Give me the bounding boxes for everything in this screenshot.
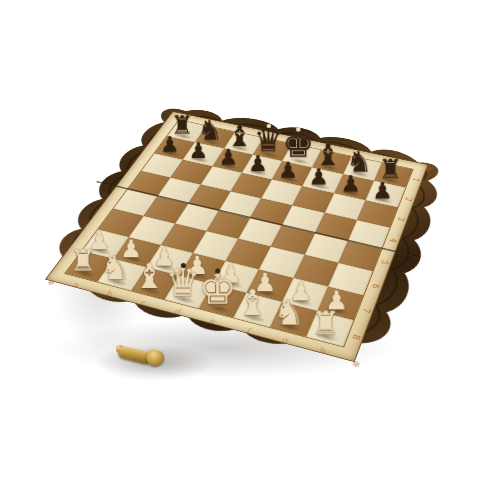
black-pawn-piece: ♟ (242, 152, 274, 174)
white-king-piece: ♚ (199, 268, 237, 310)
black-pawn-piece: ♟ (303, 165, 335, 187)
black-pawn-piece: ♟ (272, 159, 304, 181)
white-knight-piece: ♞ (97, 251, 133, 284)
brass-clasp (116, 341, 168, 371)
black-pawn-piece: ♟ (212, 146, 244, 168)
product-photo: 12345678abcdefgh✻✻✻✻ ♜♞♝♛♚♝♞♜♟♟♟♟♟♟♟♟♟♟♟… (0, 0, 500, 500)
black-pawn-piece: ♟ (334, 172, 367, 195)
white-rook-piece: ♜ (65, 246, 101, 276)
black-pawn-piece: ♟ (183, 140, 214, 162)
chess-box: 12345678abcdefgh✻✻✻✻ ♜♞♝♛♚♝♞♜♟♟♟♟♟♟♟♟♟♟♟… (3, 94, 459, 395)
white-knight-piece: ♞ (270, 295, 308, 330)
white-queen-piece: ♛ (164, 263, 201, 302)
clasp-shell-icon (144, 348, 166, 369)
white-bishop-piece: ♝ (234, 285, 272, 321)
black-pawn-piece: ♟ (154, 133, 185, 154)
white-rook-piece: ♜ (306, 307, 345, 339)
white-bishop-piece: ♝ (130, 258, 167, 293)
border-ornament-icon: ✻ (421, 164, 436, 173)
